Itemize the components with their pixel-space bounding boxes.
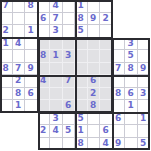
cell-r4c1[interactable]: [13, 50, 26, 63]
cell-r4c9[interactable]: [113, 50, 126, 63]
cell-r2c3[interactable]: [38, 25, 51, 38]
cell-r6c1[interactable]: 2: [13, 75, 26, 88]
cell-r0c0[interactable]: 7: [0, 0, 13, 13]
cell-r7c7[interactable]: 2: [88, 88, 101, 101]
cell-r5c7[interactable]: [88, 63, 101, 76]
cell-r0c9: [113, 0, 126, 13]
cell-r3c9[interactable]: [113, 38, 126, 51]
cell-r11c3[interactable]: [38, 138, 51, 151]
cell-r9c3[interactable]: [38, 113, 51, 126]
cell-r3c7[interactable]: [88, 38, 101, 51]
cell-r10c2: [25, 125, 38, 138]
cell-r5c3[interactable]: [38, 63, 51, 76]
cell-r8c5[interactable]: 6: [63, 100, 76, 113]
cell-r10c1: [13, 125, 26, 138]
cell-r6c4[interactable]: [50, 75, 63, 88]
cell-r10c9[interactable]: [113, 125, 126, 138]
cell-r1c0[interactable]: [0, 13, 13, 26]
cell-r8c9[interactable]: [113, 100, 126, 113]
cell-r2c0[interactable]: 2: [0, 25, 13, 38]
cell-r1c11: [138, 13, 151, 26]
cell-r0c1[interactable]: [13, 0, 26, 13]
cell-r3c8[interactable]: [100, 38, 113, 51]
cell-r10c8[interactable]: 6: [100, 125, 113, 138]
cell-r0c3[interactable]: [38, 0, 51, 13]
cell-r6c6[interactable]: [75, 75, 88, 88]
cell-r9c4[interactable]: 3: [50, 113, 63, 126]
cell-r0c10: [125, 0, 138, 13]
cell-r3c3[interactable]: [38, 38, 51, 51]
cell-r9c2: [25, 113, 38, 126]
cell-r2c11: [138, 25, 151, 38]
cell-r2c9: [113, 25, 126, 38]
cell-r5c2[interactable]: 9: [25, 63, 38, 76]
cell-r0c11: [138, 0, 151, 13]
cell-r1c3[interactable]: 6: [38, 13, 51, 26]
cell-r9c9[interactable]: 6: [113, 113, 126, 126]
cell-r10c11[interactable]: [138, 125, 151, 138]
cell-r3c0[interactable]: 1: [0, 38, 13, 51]
cell-r6c11[interactable]: [138, 75, 151, 88]
cell-r8c0[interactable]: [0, 100, 13, 113]
cell-r6c5[interactable]: 7: [63, 75, 76, 88]
cell-r7c8[interactable]: [100, 88, 113, 101]
cell-r8c6[interactable]: [75, 100, 88, 113]
cell-r4c8[interactable]: [100, 50, 113, 63]
cell-r6c2[interactable]: [25, 75, 38, 88]
cell-r1c10: [125, 13, 138, 26]
cell-r3c1[interactable]: 4: [13, 38, 26, 51]
cell-r7c6[interactable]: [75, 88, 88, 101]
cell-r9c8[interactable]: [100, 113, 113, 126]
cell-r11c10[interactable]: [125, 138, 138, 151]
cell-r7c5[interactable]: [63, 88, 76, 101]
cell-r4c0[interactable]: [0, 50, 13, 63]
cell-r2c4[interactable]: 3: [50, 25, 63, 38]
cell-r5c6[interactable]: [75, 63, 88, 76]
cell-r7c4[interactable]: [50, 88, 63, 101]
cell-r4c11[interactable]: [138, 50, 151, 63]
cell-r7c9[interactable]: 8: [113, 88, 126, 101]
cell-r8c4[interactable]: [50, 100, 63, 113]
cell-r5c0[interactable]: 8: [0, 63, 13, 76]
cell-r6c3[interactable]: 4: [38, 75, 51, 88]
cell-r2c6[interactable]: 5: [75, 25, 88, 38]
cell-r7c1[interactable]: 8: [13, 88, 26, 101]
cell-r5c5[interactable]: [63, 63, 76, 76]
cell-r3c2[interactable]: [25, 38, 38, 51]
cell-r6c8[interactable]: [100, 75, 113, 88]
cell-r9c0: [0, 113, 13, 126]
cell-r3c10[interactable]: 3: [125, 38, 138, 51]
cell-r4c6[interactable]: [75, 50, 88, 63]
cell-r8c2[interactable]: [25, 100, 38, 113]
cell-r1c6[interactable]: 8: [75, 13, 88, 26]
cell-r9c11[interactable]: 1: [138, 113, 151, 126]
cell-r1c2[interactable]: [25, 13, 38, 26]
cell-r11c11[interactable]: 5: [138, 138, 151, 151]
cell-r4c2[interactable]: [25, 50, 38, 63]
cell-r11c9[interactable]: 9: [113, 138, 126, 151]
cell-r8c8[interactable]: [100, 100, 113, 113]
cell-grid: 7841678922135143813587978924768628631681…: [0, 0, 150, 150]
cell-r2c10: [125, 25, 138, 38]
cell-r9c7[interactable]: [88, 113, 101, 126]
cell-r1c5[interactable]: [63, 13, 76, 26]
cell-r2c7[interactable]: [88, 25, 101, 38]
cell-r10c4[interactable]: 4: [50, 125, 63, 138]
cell-r0c6[interactable]: 1: [75, 0, 88, 13]
cell-r3c4[interactable]: [50, 38, 63, 51]
cell-r5c1[interactable]: 7: [13, 63, 26, 76]
cell-r9c6[interactable]: 5: [75, 113, 88, 126]
cell-r1c1[interactable]: [13, 13, 26, 26]
cell-r11c1: [13, 138, 26, 151]
cell-r10c0: [0, 125, 13, 138]
cell-r8c1[interactable]: 1: [13, 100, 26, 113]
cell-r0c8[interactable]: [100, 0, 113, 13]
cell-r2c5[interactable]: [63, 25, 76, 38]
cell-r4c5[interactable]: 3: [63, 50, 76, 63]
cell-r10c6[interactable]: 1: [75, 125, 88, 138]
cell-r0c5[interactable]: [63, 0, 76, 13]
cell-r11c0: [0, 138, 13, 151]
sudoku-board: 7841678922135143813587978924768628631681…: [0, 0, 150, 150]
cell-r8c7[interactable]: 8: [88, 100, 101, 113]
cell-r2c1[interactable]: [13, 25, 26, 38]
cell-r3c5[interactable]: [63, 38, 76, 51]
cell-r9c10[interactable]: [125, 113, 138, 126]
cell-r4c4[interactable]: 1: [50, 50, 63, 63]
cell-r9c1: [13, 113, 26, 126]
cell-r11c5[interactable]: [63, 138, 76, 151]
cell-r2c8[interactable]: [100, 25, 113, 38]
cell-r5c8[interactable]: [100, 63, 113, 76]
cell-r0c4[interactable]: 4: [50, 0, 63, 13]
cell-r8c3[interactable]: [38, 100, 51, 113]
cell-r5c9[interactable]: 7: [113, 63, 126, 76]
cell-r1c8[interactable]: 2: [100, 13, 113, 26]
cell-r6c9[interactable]: [113, 75, 126, 88]
cell-r7c3[interactable]: [38, 88, 51, 101]
cell-r11c2: [25, 138, 38, 151]
cell-r4c3[interactable]: 8: [38, 50, 51, 63]
cell-r10c7[interactable]: [88, 125, 101, 138]
cell-r3c11[interactable]: [138, 38, 151, 51]
cell-r8c10[interactable]: 1: [125, 100, 138, 113]
cell-r11c6[interactable]: 8: [75, 138, 88, 151]
cell-r3c6[interactable]: [75, 38, 88, 51]
cell-r7c10[interactable]: 6: [125, 88, 138, 101]
cell-r10c3[interactable]: 2: [38, 125, 51, 138]
cell-r8c11[interactable]: [138, 100, 151, 113]
cell-r6c0[interactable]: [0, 75, 13, 88]
cell-r7c2[interactable]: 6: [25, 88, 38, 101]
cell-r1c7[interactable]: 9: [88, 13, 101, 26]
cell-r4c10[interactable]: 5: [125, 50, 138, 63]
cell-r7c0[interactable]: [0, 88, 13, 101]
cell-r0c7[interactable]: [88, 0, 101, 13]
cell-r10c5[interactable]: 5: [63, 125, 76, 138]
cell-r11c7[interactable]: [88, 138, 101, 151]
cell-r5c11[interactable]: 9: [138, 63, 151, 76]
cell-r11c4[interactable]: [50, 138, 63, 151]
cell-r9c5[interactable]: [63, 113, 76, 126]
cell-r0c2[interactable]: 8: [25, 0, 38, 13]
cell-r6c7[interactable]: 6: [88, 75, 101, 88]
cell-r4c7[interactable]: [88, 50, 101, 63]
cell-r5c4[interactable]: [50, 63, 63, 76]
cell-r10c10[interactable]: [125, 125, 138, 138]
cell-r1c9: [113, 13, 126, 26]
cell-r1c4[interactable]: 7: [50, 13, 63, 26]
cell-r7c11[interactable]: 3: [138, 88, 151, 101]
cell-r2c2[interactable]: 1: [25, 25, 38, 38]
cell-r11c8[interactable]: 4: [100, 138, 113, 151]
cell-r5c10[interactable]: 8: [125, 63, 138, 76]
cell-r6c10[interactable]: [125, 75, 138, 88]
